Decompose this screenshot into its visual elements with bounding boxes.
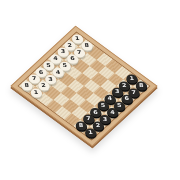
piece-number: 8 [79,123,84,128]
piece-number: 2 [95,123,100,128]
piece-number: 2 [41,83,46,88]
piece-number: 7 [131,90,136,95]
piece-number: 8 [138,83,143,88]
piece-number: 6 [39,70,44,75]
piece-number: 5 [46,63,51,68]
piece-number: 4 [55,70,60,75]
piece-number: 6 [93,110,98,115]
piece-number: 7 [32,77,37,82]
piece-number: 8 [84,43,89,48]
piece-number: 3 [102,117,107,122]
piece-number: 7 [86,117,91,122]
piece-number: 3 [48,77,53,82]
checker-black-1: 1 [85,128,97,137]
board-grid: 18182727363645455454636372728181 [18,31,151,140]
piece-number: 1 [34,90,39,95]
piece-number: 7 [77,50,82,55]
piece-number: 1 [88,130,93,135]
piece-number: 8 [24,83,29,88]
checkers-board-frame: 18182727363645455454636372728181 [10,26,157,147]
piece-number: 4 [108,97,113,102]
piece-number: 1 [75,37,80,42]
piece-number: 5 [117,103,122,108]
piece-number: 6 [124,97,129,102]
piece-number: 5 [62,63,67,68]
piece-number: 6 [69,57,74,62]
piece-number: 3 [115,90,120,95]
piece-number: 2 [122,83,127,88]
piece-number: 5 [100,103,105,108]
checkers-product-photo: 18182727363645455454636372728181 [0,0,180,180]
piece-number: 4 [110,110,115,115]
piece-number: 4 [53,57,58,62]
piece-number: 3 [60,50,65,55]
piece-number: 2 [68,43,73,48]
checker-white-1: 1 [30,88,42,97]
piece-number: 1 [129,77,134,82]
